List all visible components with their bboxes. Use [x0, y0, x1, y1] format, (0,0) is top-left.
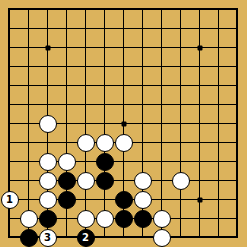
- white-stone: [134, 191, 152, 209]
- intersection: [152, 76, 171, 95]
- intersection: [190, 209, 209, 228]
- intersection: [76, 38, 95, 57]
- white-stone: [58, 153, 76, 171]
- black-stone: [58, 172, 76, 190]
- intersection: [133, 95, 152, 114]
- intersection: [228, 228, 247, 247]
- intersection: [95, 19, 114, 38]
- intersection: [209, 228, 228, 247]
- intersection: [19, 190, 38, 209]
- stones-layer: 132: [0, 0, 247, 247]
- white-stone: [115, 134, 133, 152]
- white-stone: [39, 153, 57, 171]
- intersection: [76, 76, 95, 95]
- intersection: [95, 95, 114, 114]
- intersection: [228, 0, 247, 19]
- intersection: [114, 0, 133, 19]
- intersection: [95, 76, 114, 95]
- intersection: [19, 76, 38, 95]
- intersection: [209, 38, 228, 57]
- intersection: [76, 0, 95, 19]
- intersection: [190, 228, 209, 247]
- intersection: [57, 57, 76, 76]
- intersection: [38, 19, 57, 38]
- intersection: [0, 76, 19, 95]
- intersection: [95, 133, 114, 152]
- intersection: [190, 0, 209, 19]
- black-stone: [115, 210, 133, 228]
- intersection: [76, 19, 95, 38]
- intersection: [171, 152, 190, 171]
- intersection: [209, 114, 228, 133]
- intersection: [57, 171, 76, 190]
- intersection: [171, 76, 190, 95]
- intersection: [190, 76, 209, 95]
- black-stone: [134, 210, 152, 228]
- intersection: [95, 57, 114, 76]
- intersection: [171, 209, 190, 228]
- intersection: [114, 95, 133, 114]
- black-stone: [39, 210, 57, 228]
- intersection: [114, 38, 133, 57]
- intersection: [171, 95, 190, 114]
- intersection: [114, 76, 133, 95]
- intersection: [76, 171, 95, 190]
- intersection: [133, 76, 152, 95]
- intersection: [171, 228, 190, 247]
- intersection: 1: [0, 190, 19, 209]
- intersection: [114, 133, 133, 152]
- white-stone: [20, 210, 38, 228]
- intersection: [133, 38, 152, 57]
- intersection: [0, 152, 19, 171]
- white-stone: [96, 210, 114, 228]
- intersection: [133, 114, 152, 133]
- intersection: [133, 228, 152, 247]
- intersection: [19, 133, 38, 152]
- intersection: [152, 38, 171, 57]
- intersection: [38, 152, 57, 171]
- intersection: [19, 114, 38, 133]
- intersection: [228, 171, 247, 190]
- intersection: [209, 76, 228, 95]
- intersection: [57, 95, 76, 114]
- intersection: [38, 114, 57, 133]
- intersection: [190, 38, 209, 57]
- intersection: [114, 114, 133, 133]
- intersection: [114, 171, 133, 190]
- intersection: [171, 171, 190, 190]
- intersection: [95, 209, 114, 228]
- intersection: [76, 95, 95, 114]
- intersection: [38, 95, 57, 114]
- intersection: [190, 57, 209, 76]
- white-stone: [77, 210, 95, 228]
- intersection: [57, 19, 76, 38]
- white-stone: [153, 210, 171, 228]
- intersection: [133, 133, 152, 152]
- intersection: [209, 209, 228, 228]
- intersection: [228, 133, 247, 152]
- intersection: [38, 171, 57, 190]
- intersection: [114, 152, 133, 171]
- intersection: [152, 228, 171, 247]
- intersection: [76, 133, 95, 152]
- intersection: [57, 209, 76, 228]
- intersection: [95, 228, 114, 247]
- intersection: [152, 133, 171, 152]
- intersection: 2: [76, 228, 95, 247]
- black-stone: [115, 191, 133, 209]
- white-stone: [77, 134, 95, 152]
- intersection: [133, 152, 152, 171]
- intersection: [228, 190, 247, 209]
- intersection: [19, 38, 38, 57]
- intersection: [38, 0, 57, 19]
- intersection: [190, 95, 209, 114]
- black-stone: [58, 191, 76, 209]
- intersection: [95, 152, 114, 171]
- intersection: [0, 95, 19, 114]
- intersection: [209, 171, 228, 190]
- intersection: [228, 209, 247, 228]
- intersection: [0, 19, 19, 38]
- intersection: [57, 190, 76, 209]
- intersection: [190, 19, 209, 38]
- intersection: [228, 76, 247, 95]
- black-stone: [96, 172, 114, 190]
- white-stone: [39, 172, 57, 190]
- intersection: [19, 95, 38, 114]
- intersection: [152, 0, 171, 19]
- intersection: [209, 133, 228, 152]
- white-stone: [134, 172, 152, 190]
- intersection: [209, 152, 228, 171]
- intersection: [152, 114, 171, 133]
- intersection: [19, 152, 38, 171]
- intersection: [0, 114, 19, 133]
- intersection: [190, 152, 209, 171]
- intersection: [228, 19, 247, 38]
- intersection: [209, 95, 228, 114]
- intersection: [57, 38, 76, 57]
- black-stone: [96, 153, 114, 171]
- intersection: [114, 57, 133, 76]
- intersection: [57, 76, 76, 95]
- intersection: [228, 95, 247, 114]
- intersection: [0, 57, 19, 76]
- intersection: [57, 133, 76, 152]
- white-stone: [153, 229, 171, 247]
- intersection: [152, 95, 171, 114]
- intersection: [95, 0, 114, 19]
- white-stone: [39, 191, 57, 209]
- intersection: [95, 114, 114, 133]
- black-stone-move-2: 2: [77, 229, 95, 247]
- intersection: [209, 57, 228, 76]
- intersection: [152, 171, 171, 190]
- intersection: [133, 57, 152, 76]
- intersection: [0, 171, 19, 190]
- intersection: [171, 133, 190, 152]
- black-stone: [20, 229, 38, 247]
- intersection: [133, 19, 152, 38]
- intersection: [114, 228, 133, 247]
- intersection: [228, 57, 247, 76]
- intersection: [0, 228, 19, 247]
- white-stone: [77, 172, 95, 190]
- white-stone-move-3: 3: [39, 229, 57, 247]
- intersection: [114, 209, 133, 228]
- intersection: [209, 0, 228, 19]
- intersection: [0, 133, 19, 152]
- intersection: [38, 133, 57, 152]
- intersection: [38, 190, 57, 209]
- white-stone: [172, 172, 190, 190]
- intersection: [171, 190, 190, 209]
- intersection: [57, 0, 76, 19]
- intersection: [171, 0, 190, 19]
- intersection: [152, 190, 171, 209]
- intersection: [171, 57, 190, 76]
- intersection: [190, 114, 209, 133]
- intersection: [0, 38, 19, 57]
- intersection: [38, 57, 57, 76]
- intersection: [76, 209, 95, 228]
- intersection: [38, 76, 57, 95]
- intersection: [19, 209, 38, 228]
- intersection: [171, 19, 190, 38]
- intersection: [38, 38, 57, 57]
- intersection: [95, 171, 114, 190]
- intersection: [209, 190, 228, 209]
- intersection: [133, 190, 152, 209]
- intersection: [114, 190, 133, 209]
- intersection: [57, 228, 76, 247]
- intersection: [0, 0, 19, 19]
- intersection: [76, 152, 95, 171]
- intersection: [133, 171, 152, 190]
- intersection: [19, 57, 38, 76]
- intersection: [95, 38, 114, 57]
- intersection: [76, 114, 95, 133]
- intersection: [228, 114, 247, 133]
- intersection: [76, 57, 95, 76]
- intersection: [19, 228, 38, 247]
- white-stone-move-1: 1: [1, 191, 19, 209]
- intersection: 3: [38, 228, 57, 247]
- intersection: [228, 152, 247, 171]
- go-board: 132: [0, 0, 247, 247]
- intersection: [95, 190, 114, 209]
- intersection: [152, 57, 171, 76]
- intersection: [152, 19, 171, 38]
- intersection: [19, 19, 38, 38]
- intersection: [114, 19, 133, 38]
- intersection: [57, 152, 76, 171]
- intersection: [209, 19, 228, 38]
- intersection: [152, 209, 171, 228]
- intersection: [19, 171, 38, 190]
- intersection: [190, 171, 209, 190]
- intersection: [228, 38, 247, 57]
- white-stone: [39, 115, 57, 133]
- intersection: [76, 190, 95, 209]
- intersection: [190, 133, 209, 152]
- intersection: [0, 209, 19, 228]
- intersection: [190, 190, 209, 209]
- intersection: [171, 38, 190, 57]
- intersection: [38, 209, 57, 228]
- white-stone: [96, 134, 114, 152]
- intersection: [57, 114, 76, 133]
- intersection: [133, 0, 152, 19]
- intersection: [152, 152, 171, 171]
- intersection: [19, 0, 38, 19]
- intersection: [133, 209, 152, 228]
- intersection: [171, 114, 190, 133]
